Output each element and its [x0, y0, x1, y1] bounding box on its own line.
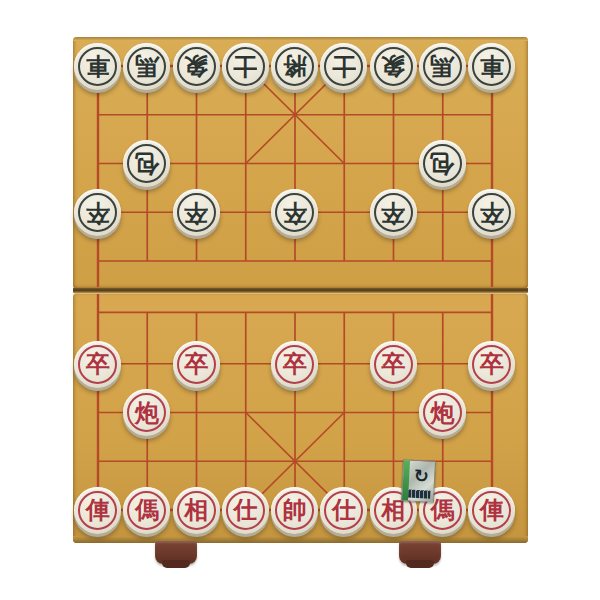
point-r5c6[interactable]	[369, 286, 418, 340]
point-r8c3[interactable]	[221, 437, 270, 486]
point-r0c0[interactable]: 車	[73, 42, 122, 91]
point-r2c8[interactable]	[467, 140, 516, 189]
xiangqi-photo: 車馬象士將士象馬車包包卒卒卒卒卒卒卒卒卒卒炮炮俥傌相仕帥仕相傌俥 ↻	[0, 0, 600, 600]
point-r7c0[interactable]	[73, 389, 122, 438]
piece-ring	[177, 491, 216, 530]
point-r2c6[interactable]	[369, 140, 418, 189]
point-r6c7[interactable]	[418, 340, 467, 389]
point-r1c8[interactable]	[467, 91, 516, 140]
piece-character: 車	[86, 54, 110, 78]
piece-character: 士	[332, 54, 356, 78]
point-r4c1[interactable]	[122, 237, 171, 286]
piece-character: 將	[283, 54, 307, 78]
point-r5c7[interactable]	[418, 286, 467, 340]
piece-character: 卒	[184, 201, 208, 225]
black-soldier[interactable]: 卒	[74, 189, 121, 236]
black-soldier[interactable]: 卒	[468, 189, 515, 236]
red-general[interactable]: 帥	[271, 487, 318, 534]
point-r6c1[interactable]	[122, 340, 171, 389]
piece-character: 馬	[430, 54, 454, 78]
point-r4c7[interactable]	[418, 237, 467, 286]
point-r9c5[interactable]: 仕	[319, 486, 368, 535]
point-r9c4[interactable]: 帥	[270, 486, 319, 535]
red-chariot[interactable]: 俥	[74, 487, 121, 534]
piece-character: 卒	[480, 201, 504, 225]
point-r3c8[interactable]: 卒	[467, 188, 516, 237]
point-r0c8[interactable]: 車	[467, 42, 516, 91]
point-r6c6[interactable]: 卒	[369, 340, 418, 389]
point-r7c2[interactable]	[172, 389, 221, 438]
point-r0c3[interactable]: 士	[221, 42, 270, 91]
red-soldier[interactable]: 卒	[74, 341, 121, 388]
piece-ring	[324, 491, 363, 530]
black-horse[interactable]: 馬	[123, 43, 170, 90]
piece-character: 卒	[381, 201, 405, 225]
point-r7c8[interactable]	[467, 389, 516, 438]
point-r1c3[interactable]	[221, 91, 270, 140]
point-r8c5[interactable]	[319, 437, 368, 486]
point-r2c4[interactable]	[270, 140, 319, 189]
black-general[interactable]: 將	[271, 43, 318, 90]
point-r9c1[interactable]: 傌	[122, 486, 171, 535]
point-r5c3[interactable]	[221, 286, 270, 340]
piece-character: 象	[184, 54, 208, 78]
black-cannon[interactable]: 包	[419, 140, 466, 187]
piece-ring	[423, 393, 462, 432]
point-r1c7[interactable]	[418, 91, 467, 140]
fold-clasp-left[interactable]	[155, 541, 197, 564]
piece-ring	[275, 345, 314, 384]
point-r2c3[interactable]	[221, 140, 270, 189]
piece-ring	[374, 345, 413, 384]
point-r5c5[interactable]	[319, 286, 368, 340]
red-elephant[interactable]: 相	[173, 487, 220, 534]
point-r7c5[interactable]	[319, 389, 368, 438]
piece-character: 士	[233, 54, 257, 78]
point-r1c0[interactable]	[73, 91, 122, 140]
black-cannon[interactable]: 包	[123, 140, 170, 187]
point-r6c8[interactable]: 卒	[467, 340, 516, 389]
point-r7c6[interactable]	[369, 389, 418, 438]
red-cannon[interactable]: 炮	[123, 389, 170, 436]
point-r3c1[interactable]	[122, 188, 171, 237]
point-r4c0[interactable]	[73, 237, 122, 286]
red-soldier[interactable]: 卒	[173, 341, 220, 388]
point-r0c7[interactable]: 馬	[418, 42, 467, 91]
piece-ring	[78, 345, 117, 384]
red-cannon[interactable]: 炮	[419, 389, 466, 436]
point-r2c0[interactable]	[73, 140, 122, 189]
sticker-text-band	[408, 489, 430, 498]
point-r6c3[interactable]	[221, 340, 270, 389]
black-elephant[interactable]: 象	[173, 43, 220, 90]
point-r0c6[interactable]: 象	[369, 42, 418, 91]
black-soldier[interactable]: 卒	[173, 189, 220, 236]
point-r6c2[interactable]: 卒	[172, 340, 221, 389]
point-r1c6[interactable]	[369, 91, 418, 140]
piece-character: 包	[135, 152, 159, 176]
point-r0c4[interactable]: 將	[270, 42, 319, 91]
black-elephant[interactable]: 象	[370, 43, 417, 90]
piece-ring	[127, 491, 166, 530]
piece-grid: 車馬象士將士象馬車包包卒卒卒卒卒卒卒卒卒卒炮炮俥傌相仕帥仕相傌俥	[73, 42, 516, 535]
piece-ring	[177, 345, 216, 384]
point-r0c2[interactable]: 象	[172, 42, 221, 91]
quality-sticker: ↻	[401, 459, 436, 503]
point-r7c3[interactable]	[221, 389, 270, 438]
piece-ring	[472, 345, 511, 384]
point-r4c2[interactable]	[172, 237, 221, 286]
black-advisor[interactable]: 士	[222, 43, 269, 90]
point-r1c1[interactable]	[122, 91, 171, 140]
point-r8c4[interactable]	[270, 437, 319, 486]
piece-ring	[78, 491, 117, 530]
piece-ring	[127, 393, 166, 432]
red-advisor[interactable]: 仕	[222, 487, 269, 534]
point-r9c0[interactable]: 俥	[73, 486, 122, 535]
point-r5c1[interactable]	[122, 286, 171, 340]
point-r2c2[interactable]	[172, 140, 221, 189]
point-r8c2[interactable]	[172, 437, 221, 486]
piece-character: 象	[381, 54, 405, 78]
point-r3c6[interactable]: 卒	[369, 188, 418, 237]
point-r1c2[interactable]	[172, 91, 221, 140]
red-soldier[interactable]: 卒	[370, 341, 417, 388]
point-r9c8[interactable]: 俥	[467, 486, 516, 535]
point-r3c0[interactable]: 卒	[73, 188, 122, 237]
point-r6c5[interactable]	[319, 340, 368, 389]
seal-icon: ↻	[412, 467, 431, 486]
black-chariot[interactable]: 車	[74, 43, 121, 90]
point-r9c2[interactable]: 相	[172, 486, 221, 535]
piece-ring	[472, 491, 511, 530]
piece-ring	[275, 491, 314, 530]
point-r7c1[interactable]: 炮	[122, 389, 171, 438]
black-advisor[interactable]: 士	[320, 43, 367, 90]
point-r3c5[interactable]	[319, 188, 368, 237]
point-r5c4[interactable]	[270, 286, 319, 340]
board-top-edge	[73, 37, 528, 41]
red-soldier[interactable]: 卒	[271, 341, 318, 388]
point-r3c2[interactable]: 卒	[172, 188, 221, 237]
point-r7c4[interactable]	[270, 389, 319, 438]
point-r7c7[interactable]: 炮	[418, 389, 467, 438]
piece-character: 包	[430, 152, 454, 176]
point-r3c3[interactable]	[221, 188, 270, 237]
point-r0c5[interactable]: 士	[319, 42, 368, 91]
point-r5c0[interactable]	[73, 286, 122, 340]
point-r4c8[interactable]	[467, 237, 516, 286]
piece-character: 卒	[86, 201, 110, 225]
point-r5c2[interactable]	[172, 286, 221, 340]
point-r4c6[interactable]	[369, 237, 418, 286]
point-r8c0[interactable]	[73, 437, 122, 486]
piece-character: 卒	[283, 201, 307, 225]
black-soldier[interactable]: 卒	[271, 189, 318, 236]
point-r3c7[interactable]	[418, 188, 467, 237]
piece-ring	[226, 491, 265, 530]
point-r8c8[interactable]	[467, 437, 516, 486]
black-horse[interactable]: 馬	[419, 43, 466, 90]
fold-clasp-right[interactable]	[399, 541, 441, 564]
red-chariot[interactable]: 俥	[468, 487, 515, 534]
point-r4c4[interactable]	[270, 237, 319, 286]
point-r0c1[interactable]: 馬	[122, 42, 171, 91]
point-r1c4[interactable]	[270, 91, 319, 140]
piece-character: 車	[480, 54, 504, 78]
point-r1c5[interactable]	[319, 91, 368, 140]
point-r2c5[interactable]	[319, 140, 368, 189]
black-chariot[interactable]: 車	[468, 43, 515, 90]
piece-character: 馬	[135, 54, 159, 78]
point-r6c0[interactable]: 卒	[73, 340, 122, 389]
point-r5c8[interactable]	[467, 286, 516, 340]
point-r9c3[interactable]: 仕	[221, 486, 270, 535]
point-r4c5[interactable]	[319, 237, 368, 286]
point-r2c7[interactable]: 包	[418, 140, 467, 189]
point-r8c1[interactable]	[122, 437, 171, 486]
point-r4c3[interactable]	[221, 237, 270, 286]
point-r2c1[interactable]: 包	[122, 140, 171, 189]
red-advisor[interactable]: 仕	[320, 487, 367, 534]
black-soldier[interactable]: 卒	[370, 189, 417, 236]
board-bottom-edge	[73, 536, 528, 543]
point-r6c4[interactable]: 卒	[270, 340, 319, 389]
point-r3c4[interactable]: 卒	[270, 188, 319, 237]
red-soldier[interactable]: 卒	[468, 341, 515, 388]
red-horse[interactable]: 傌	[123, 487, 170, 534]
